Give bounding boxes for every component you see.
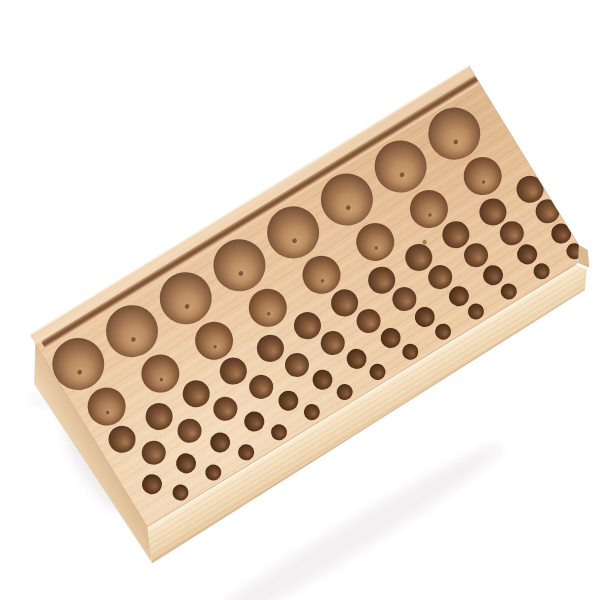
product-photo-scene xyxy=(0,0,600,600)
wooden-drill-bit-organizer-photo xyxy=(0,0,600,600)
top-face-finish xyxy=(0,0,600,600)
wood-block xyxy=(0,0,600,600)
